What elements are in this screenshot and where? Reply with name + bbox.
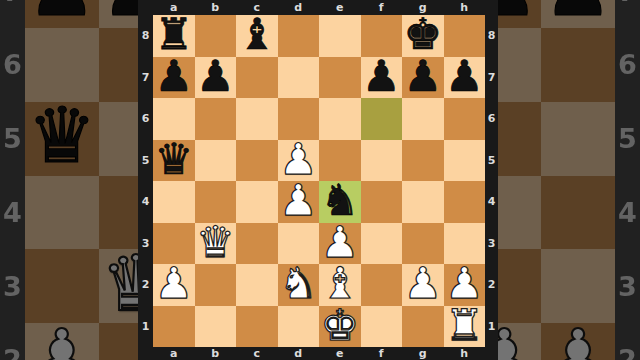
square-e8[interactable]	[319, 15, 361, 57]
bg-square-a2: ♟	[25, 323, 99, 360]
left-rank-label-3: 3	[142, 238, 150, 249]
bg-square-h2: ♟	[541, 323, 615, 360]
bottom-file-label-c: c	[236, 348, 278, 359]
bg-square-a5: ♛	[25, 102, 99, 176]
bg-left-rank-label-4: 4	[3, 199, 22, 226]
bg-square-h7: ♟	[541, 0, 615, 28]
square-c6[interactable]	[236, 98, 278, 140]
bg-square-a6	[25, 28, 99, 102]
top-file-label-h: h	[444, 2, 486, 13]
stage: abcdefgh87654321♜♝♚♟♟♟♟♟♛♟♟♞♛♟♟♞♝♟♟♚♜876…	[0, 0, 640, 360]
bg-square-h3	[541, 249, 615, 323]
bg-right-rank-label-4: 4	[618, 199, 637, 226]
black-pawn-a7[interactable]: ♟	[154, 55, 193, 98]
black-queen-a5[interactable]: ♛	[154, 138, 193, 181]
square-g2[interactable]: ♟	[402, 264, 444, 306]
square-d1[interactable]	[278, 306, 320, 348]
square-h7[interactable]: ♟	[444, 57, 486, 99]
square-h6[interactable]	[444, 98, 486, 140]
white-pawn-g2[interactable]: ♟	[403, 262, 442, 305]
bg-black-queen-a5: ♛	[28, 99, 97, 176]
bg-left-rank-label-7: 7	[3, 0, 22, 5]
right-rank-label-6: 6	[488, 113, 496, 124]
square-b1[interactable]	[195, 306, 237, 348]
left-rank-labels: 87654321	[138, 15, 153, 347]
square-c5[interactable]	[236, 140, 278, 182]
square-g6[interactable]	[402, 98, 444, 140]
bg-right-rank-labels: 87654321	[615, 0, 640, 360]
white-knight-d2[interactable]: ♞	[279, 262, 318, 305]
square-a4[interactable]	[153, 181, 195, 223]
bottom-file-label-a: a	[153, 348, 195, 359]
left-rank-label-5: 5	[142, 155, 150, 166]
right-rank-label-7: 7	[488, 72, 496, 83]
square-g4[interactable]	[402, 181, 444, 223]
bg-right-rank-label-5: 5	[618, 125, 637, 152]
square-h1[interactable]: ♜	[444, 306, 486, 348]
right-rank-label-3: 3	[488, 238, 496, 249]
left-rank-label-8: 8	[142, 30, 150, 41]
square-g1[interactable]	[402, 306, 444, 348]
bottom-file-label-g: g	[402, 348, 444, 359]
black-pawn-f7[interactable]: ♟	[362, 55, 401, 98]
square-d4[interactable]: ♟	[278, 181, 320, 223]
bg-square-h6	[541, 28, 615, 102]
right-rank-labels: 87654321	[485, 15, 498, 347]
square-e1[interactable]: ♚	[319, 306, 361, 348]
bg-square-a4	[25, 176, 99, 250]
bottom-file-labels: abcdefgh	[153, 347, 485, 360]
square-f2[interactable]	[361, 264, 403, 306]
square-c8[interactable]: ♝	[236, 15, 278, 57]
left-rank-label-7: 7	[142, 72, 150, 83]
bg-black-pawn-h7: ♟	[544, 0, 613, 28]
top-file-label-f: f	[361, 2, 403, 13]
chessboard[interactable]: abcdefgh87654321♜♝♚♟♟♟♟♟♛♟♟♞♛♟♟♞♝♟♟♚♜876…	[138, 0, 498, 360]
square-c1[interactable]	[236, 306, 278, 348]
square-b3[interactable]: ♛	[195, 223, 237, 265]
square-e7[interactable]	[319, 57, 361, 99]
squares: ♜♝♚♟♟♟♟♟♛♟♟♞♛♟♟♞♝♟♟♚♜	[153, 15, 485, 347]
top-file-label-d: d	[278, 2, 320, 13]
bg-left-rank-label-6: 6	[3, 51, 22, 78]
bg-black-pawn-a7: ♟	[28, 0, 97, 28]
white-rook-h1[interactable]: ♜	[445, 304, 484, 347]
square-g7[interactable]: ♟	[402, 57, 444, 99]
white-king-e1[interactable]: ♚	[320, 304, 359, 347]
square-b7[interactable]: ♟	[195, 57, 237, 99]
square-h4[interactable]	[444, 181, 486, 223]
black-pawn-g7[interactable]: ♟	[403, 55, 442, 98]
bg-right-rank-label-2: 2	[618, 346, 637, 360]
square-d7[interactable]	[278, 57, 320, 99]
right-rank-label-5: 5	[488, 155, 496, 166]
bottom-file-label-d: d	[278, 348, 320, 359]
top-file-label-e: e	[319, 2, 361, 13]
square-c3[interactable]	[236, 223, 278, 265]
bg-right-rank-label-3: 3	[618, 273, 637, 300]
white-pawn-d4[interactable]: ♟	[279, 179, 318, 222]
bg-left-rank-label-5: 5	[3, 125, 22, 152]
left-rank-label-4: 4	[142, 196, 150, 207]
square-h5[interactable]	[444, 140, 486, 182]
right-rank-label-2: 2	[488, 279, 496, 290]
white-queen-b3[interactable]: ♛	[196, 221, 235, 264]
bg-square-h5	[541, 102, 615, 176]
bg-right-rank-label-6: 6	[618, 51, 637, 78]
bg-square-a3	[25, 249, 99, 323]
square-d2[interactable]: ♞	[278, 264, 320, 306]
top-file-label-b: b	[195, 2, 237, 13]
square-f3[interactable]	[361, 223, 403, 265]
left-rank-label-2: 2	[142, 279, 150, 290]
square-f6[interactable]	[361, 98, 403, 140]
square-b2[interactable]	[195, 264, 237, 306]
black-pawn-h7[interactable]: ♟	[445, 55, 484, 98]
bg-left-rank-labels: 87654321	[0, 0, 25, 360]
square-f1[interactable]	[361, 306, 403, 348]
square-f7[interactable]: ♟	[361, 57, 403, 99]
bg-square-a7: ♟	[25, 0, 99, 28]
bg-right-rank-label-7: 7	[618, 0, 637, 5]
bottom-file-label-b: b	[195, 348, 237, 359]
bottom-file-label-f: f	[361, 348, 403, 359]
square-f5[interactable]	[361, 140, 403, 182]
square-d8[interactable]	[278, 15, 320, 57]
white-pawn-a2[interactable]: ♟	[154, 262, 193, 305]
bg-square-h4	[541, 176, 615, 250]
square-c2[interactable]	[236, 264, 278, 306]
right-rank-label-4: 4	[488, 196, 496, 207]
bg-left-rank-label-2: 2	[3, 346, 22, 360]
square-c4[interactable]	[236, 181, 278, 223]
square-a5[interactable]: ♛	[153, 140, 195, 182]
right-rank-label-8: 8	[488, 30, 496, 41]
bg-white-pawn-a2: ♟	[28, 320, 97, 360]
square-a2[interactable]: ♟	[153, 264, 195, 306]
square-b6[interactable]	[195, 98, 237, 140]
square-e6[interactable]	[319, 98, 361, 140]
square-a1[interactable]	[153, 306, 195, 348]
square-a7[interactable]: ♟	[153, 57, 195, 99]
right-rank-label-1: 1	[488, 321, 496, 332]
square-b5[interactable]	[195, 140, 237, 182]
black-bishop-c8[interactable]: ♝	[237, 13, 276, 56]
bg-white-pawn-h2: ♟	[544, 320, 613, 360]
black-pawn-b7[interactable]: ♟	[196, 55, 235, 98]
square-f4[interactable]	[361, 181, 403, 223]
left-rank-label-1: 1	[142, 321, 150, 332]
bg-left-rank-label-3: 3	[3, 273, 22, 300]
left-rank-label-6: 6	[142, 113, 150, 124]
square-c7[interactable]	[236, 57, 278, 99]
square-g5[interactable]	[402, 140, 444, 182]
